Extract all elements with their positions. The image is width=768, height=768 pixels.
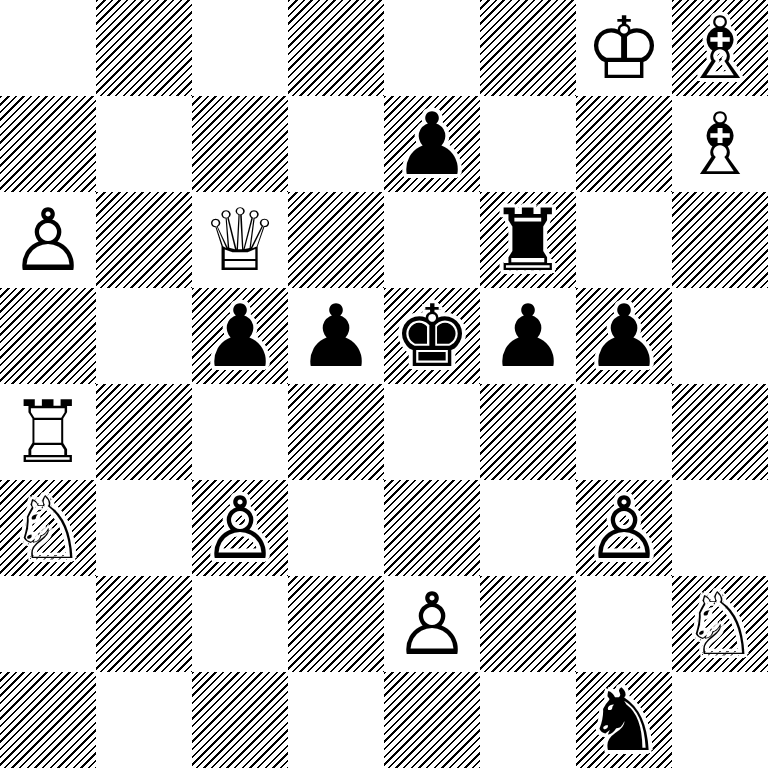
square-b2[interactable] bbox=[96, 576, 192, 672]
chess-board: ♔♗♟♗♙♕♜♟♟♚♟♟♖♘♙♙♙♘♞ bbox=[0, 0, 768, 768]
square-g6[interactable] bbox=[576, 192, 672, 288]
square-d5[interactable]: ♟ bbox=[288, 288, 384, 384]
black-king[interactable]: ♚ bbox=[393, 288, 470, 384]
square-g4[interactable] bbox=[576, 384, 672, 480]
square-a2[interactable] bbox=[0, 576, 96, 672]
black-pawn[interactable]: ♟ bbox=[297, 288, 374, 384]
square-c7[interactable] bbox=[192, 96, 288, 192]
square-c5[interactable]: ♟ bbox=[192, 288, 288, 384]
white-knight[interactable]: ♘ bbox=[681, 576, 758, 672]
square-a5[interactable] bbox=[0, 288, 96, 384]
square-g3[interactable]: ♙ bbox=[576, 480, 672, 576]
square-h7[interactable]: ♗ bbox=[672, 96, 768, 192]
square-f3[interactable] bbox=[480, 480, 576, 576]
square-d7[interactable] bbox=[288, 96, 384, 192]
square-b3[interactable] bbox=[96, 480, 192, 576]
square-g8[interactable]: ♔ bbox=[576, 0, 672, 96]
square-a7[interactable] bbox=[0, 96, 96, 192]
square-a6[interactable]: ♙ bbox=[0, 192, 96, 288]
square-d1[interactable] bbox=[288, 672, 384, 768]
square-c1[interactable] bbox=[192, 672, 288, 768]
black-pawn[interactable]: ♟ bbox=[201, 288, 278, 384]
white-pawn[interactable]: ♙ bbox=[201, 480, 278, 576]
square-c8[interactable] bbox=[192, 0, 288, 96]
square-h3[interactable] bbox=[672, 480, 768, 576]
square-e6[interactable] bbox=[384, 192, 480, 288]
white-king[interactable]: ♔ bbox=[585, 0, 662, 96]
square-b1[interactable] bbox=[96, 672, 192, 768]
square-f4[interactable] bbox=[480, 384, 576, 480]
square-d4[interactable] bbox=[288, 384, 384, 480]
square-e2[interactable]: ♙ bbox=[384, 576, 480, 672]
square-f2[interactable] bbox=[480, 576, 576, 672]
square-a3[interactable]: ♘ bbox=[0, 480, 96, 576]
black-rook[interactable]: ♜ bbox=[489, 192, 566, 288]
square-c4[interactable] bbox=[192, 384, 288, 480]
square-c2[interactable] bbox=[192, 576, 288, 672]
square-f8[interactable] bbox=[480, 0, 576, 96]
square-e8[interactable] bbox=[384, 0, 480, 96]
square-a8[interactable] bbox=[0, 0, 96, 96]
square-b4[interactable] bbox=[96, 384, 192, 480]
white-queen[interactable]: ♕ bbox=[201, 192, 278, 288]
square-b8[interactable] bbox=[96, 0, 192, 96]
black-pawn[interactable]: ♟ bbox=[489, 288, 566, 384]
white-pawn[interactable]: ♙ bbox=[9, 192, 86, 288]
square-e1[interactable] bbox=[384, 672, 480, 768]
square-h2[interactable]: ♘ bbox=[672, 576, 768, 672]
square-d8[interactable] bbox=[288, 0, 384, 96]
square-d2[interactable] bbox=[288, 576, 384, 672]
square-c6[interactable]: ♕ bbox=[192, 192, 288, 288]
square-h5[interactable] bbox=[672, 288, 768, 384]
black-pawn[interactable]: ♟ bbox=[393, 96, 470, 192]
square-g7[interactable] bbox=[576, 96, 672, 192]
square-e3[interactable] bbox=[384, 480, 480, 576]
square-b6[interactable] bbox=[96, 192, 192, 288]
square-h4[interactable] bbox=[672, 384, 768, 480]
square-g2[interactable] bbox=[576, 576, 672, 672]
square-e5[interactable]: ♚ bbox=[384, 288, 480, 384]
square-f6[interactable]: ♜ bbox=[480, 192, 576, 288]
square-a1[interactable] bbox=[0, 672, 96, 768]
square-e4[interactable] bbox=[384, 384, 480, 480]
square-g5[interactable]: ♟ bbox=[576, 288, 672, 384]
square-b5[interactable] bbox=[96, 288, 192, 384]
square-g1[interactable]: ♞ bbox=[576, 672, 672, 768]
square-f5[interactable]: ♟ bbox=[480, 288, 576, 384]
square-f1[interactable] bbox=[480, 672, 576, 768]
square-h6[interactable] bbox=[672, 192, 768, 288]
square-d6[interactable] bbox=[288, 192, 384, 288]
white-pawn[interactable]: ♙ bbox=[585, 480, 662, 576]
black-pawn[interactable]: ♟ bbox=[585, 288, 662, 384]
square-a4[interactable]: ♖ bbox=[0, 384, 96, 480]
white-knight[interactable]: ♘ bbox=[9, 480, 86, 576]
square-e7[interactable]: ♟ bbox=[384, 96, 480, 192]
square-h1[interactable] bbox=[672, 672, 768, 768]
white-rook[interactable]: ♖ bbox=[9, 384, 86, 480]
white-bishop[interactable]: ♗ bbox=[681, 96, 758, 192]
square-f7[interactable] bbox=[480, 96, 576, 192]
white-pawn[interactable]: ♙ bbox=[393, 576, 470, 672]
square-d3[interactable] bbox=[288, 480, 384, 576]
black-knight[interactable]: ♞ bbox=[585, 672, 662, 768]
square-c3[interactable]: ♙ bbox=[192, 480, 288, 576]
square-h8[interactable]: ♗ bbox=[672, 0, 768, 96]
square-b7[interactable] bbox=[96, 96, 192, 192]
white-bishop[interactable]: ♗ bbox=[681, 0, 758, 96]
